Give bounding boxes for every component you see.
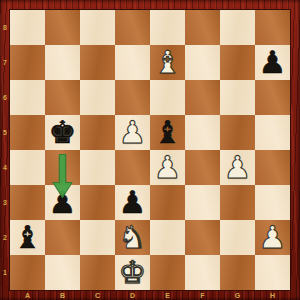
square-a7[interactable] xyxy=(10,45,45,80)
file-label-b: B xyxy=(45,290,80,300)
white-pawn[interactable]: ♟ xyxy=(119,115,147,150)
square-h8[interactable] xyxy=(255,10,290,45)
square-b7[interactable] xyxy=(45,45,80,80)
square-g1[interactable] xyxy=(220,255,255,290)
square-e6[interactable] xyxy=(150,80,185,115)
square-d6[interactable] xyxy=(115,80,150,115)
square-g2[interactable] xyxy=(220,220,255,255)
square-c7[interactable] xyxy=(80,45,115,80)
square-c3[interactable] xyxy=(80,185,115,220)
black-pawn[interactable]: ♟ xyxy=(259,45,287,80)
square-c6[interactable] xyxy=(80,80,115,115)
rank-label-1: 1 xyxy=(0,255,10,290)
square-h5[interactable] xyxy=(255,115,290,150)
file-label-e: E xyxy=(150,290,185,300)
square-h3[interactable] xyxy=(255,185,290,220)
square-e2[interactable] xyxy=(150,220,185,255)
square-h6[interactable] xyxy=(255,80,290,115)
black-pawn[interactable]: ♟ xyxy=(119,185,147,220)
square-b8[interactable] xyxy=(45,10,80,45)
square-e7[interactable]: ♝ xyxy=(150,45,185,80)
file-label-f: F xyxy=(185,290,220,300)
white-pawn[interactable]: ♟ xyxy=(224,150,252,185)
file-label-h: H xyxy=(255,290,290,300)
white-bishop[interactable]: ♝ xyxy=(154,45,182,80)
square-g8[interactable] xyxy=(220,10,255,45)
square-f2[interactable] xyxy=(185,220,220,255)
rank-label-6: 6 xyxy=(0,80,10,115)
square-d1[interactable]: ♚ xyxy=(115,255,150,290)
square-f5[interactable] xyxy=(185,115,220,150)
square-g5[interactable] xyxy=(220,115,255,150)
square-f8[interactable] xyxy=(185,10,220,45)
rank-label-3: 3 xyxy=(0,185,10,220)
black-bishop[interactable]: ♝ xyxy=(154,115,182,150)
square-d8[interactable] xyxy=(115,10,150,45)
white-knight[interactable]: ♞ xyxy=(119,220,147,255)
square-f7[interactable] xyxy=(185,45,220,80)
square-h7[interactable]: ♟ xyxy=(255,45,290,80)
square-e4[interactable]: ♟ xyxy=(150,150,185,185)
black-bishop[interactable]: ♝ xyxy=(14,220,42,255)
square-d3[interactable]: ♟ xyxy=(115,185,150,220)
square-f3[interactable] xyxy=(185,185,220,220)
square-d5[interactable]: ♟ xyxy=(115,115,150,150)
square-a3[interactable] xyxy=(10,185,45,220)
square-c1[interactable] xyxy=(80,255,115,290)
square-h2[interactable]: ♟ xyxy=(255,220,290,255)
file-label-c: C xyxy=(80,290,115,300)
square-c8[interactable] xyxy=(80,10,115,45)
square-d4[interactable] xyxy=(115,150,150,185)
black-king[interactable]: ♚ xyxy=(49,115,77,150)
square-g7[interactable] xyxy=(220,45,255,80)
square-h1[interactable] xyxy=(255,255,290,290)
square-b6[interactable] xyxy=(45,80,80,115)
white-pawn[interactable]: ♟ xyxy=(154,150,182,185)
file-label-g: G xyxy=(220,290,255,300)
square-a1[interactable] xyxy=(10,255,45,290)
chess-board: ♝♟♚♟♝♟♟♟♟♝♞♟♚ xyxy=(10,10,290,290)
square-g6[interactable] xyxy=(220,80,255,115)
square-e3[interactable] xyxy=(150,185,185,220)
square-b5[interactable]: ♚ xyxy=(45,115,80,150)
square-c5[interactable] xyxy=(80,115,115,150)
square-d7[interactable] xyxy=(115,45,150,80)
square-a6[interactable] xyxy=(10,80,45,115)
black-pawn[interactable]: ♟ xyxy=(49,185,77,220)
square-b2[interactable] xyxy=(45,220,80,255)
square-g3[interactable] xyxy=(220,185,255,220)
square-g4[interactable]: ♟ xyxy=(220,150,255,185)
chess-board-frame: ♝♟♚♟♝♟♟♟♟♝♞♟♚ 87654321ABCDEFGH xyxy=(0,0,300,300)
square-b4[interactable] xyxy=(45,150,80,185)
square-h4[interactable] xyxy=(255,150,290,185)
square-f6[interactable] xyxy=(185,80,220,115)
square-b1[interactable] xyxy=(45,255,80,290)
square-b3[interactable]: ♟ xyxy=(45,185,80,220)
file-label-a: A xyxy=(10,290,45,300)
white-king[interactable]: ♚ xyxy=(119,255,147,290)
square-f4[interactable] xyxy=(185,150,220,185)
rank-label-5: 5 xyxy=(0,115,10,150)
square-f1[interactable] xyxy=(185,255,220,290)
square-a5[interactable] xyxy=(10,115,45,150)
file-label-d: D xyxy=(115,290,150,300)
square-e5[interactable]: ♝ xyxy=(150,115,185,150)
square-e8[interactable] xyxy=(150,10,185,45)
square-c4[interactable] xyxy=(80,150,115,185)
rank-label-4: 4 xyxy=(0,150,10,185)
square-e1[interactable] xyxy=(150,255,185,290)
rank-label-7: 7 xyxy=(0,45,10,80)
square-a8[interactable] xyxy=(10,10,45,45)
rank-label-2: 2 xyxy=(0,220,10,255)
white-pawn[interactable]: ♟ xyxy=(259,220,287,255)
square-a4[interactable] xyxy=(10,150,45,185)
rank-label-8: 8 xyxy=(0,10,10,45)
square-c2[interactable] xyxy=(80,220,115,255)
square-a2[interactable]: ♝ xyxy=(10,220,45,255)
square-d2[interactable]: ♞ xyxy=(115,220,150,255)
